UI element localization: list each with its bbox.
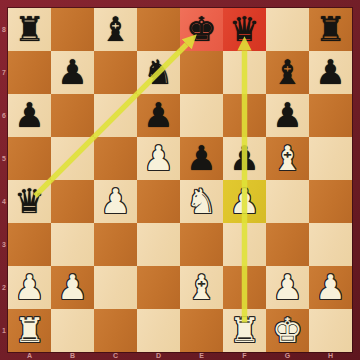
piece-black-pawn[interactable]: ♟ [266, 94, 309, 137]
square-d7[interactable]: ♞ [137, 51, 180, 94]
rank-label-8: 8 [1, 26, 7, 33]
square-a8[interactable]: ♜ [8, 8, 51, 51]
square-b8[interactable] [51, 8, 94, 51]
square-d8[interactable] [137, 8, 180, 51]
rank-label-6: 6 [1, 112, 7, 119]
square-b7[interactable]: ♟ [51, 51, 94, 94]
square-c8[interactable]: ♝ [94, 8, 137, 51]
piece-white-bishop[interactable]: ♝ [180, 266, 223, 309]
piece-white-pawn[interactable]: ♟ [266, 266, 309, 309]
square-g7[interactable]: ♝ [266, 51, 309, 94]
square-f7[interactable] [223, 51, 266, 94]
square-b3[interactable] [51, 223, 94, 266]
square-e7[interactable] [180, 51, 223, 94]
piece-white-pawn[interactable]: ♟ [137, 137, 180, 180]
piece-black-pawn[interactable]: ♟ [8, 94, 51, 137]
piece-white-rook[interactable]: ♜ [223, 309, 266, 352]
piece-white-pawn[interactable]: ♟ [223, 180, 266, 223]
square-g1[interactable]: ♚ [266, 309, 309, 352]
rank-label-4: 4 [1, 198, 7, 205]
square-f8[interactable]: ♛ [223, 8, 266, 51]
piece-black-queen[interactable]: ♛ [223, 8, 266, 51]
rank-label-7: 7 [1, 69, 7, 76]
piece-black-knight[interactable]: ♞ [137, 51, 180, 94]
rank-label-5: 5 [1, 155, 7, 162]
square-b1[interactable] [51, 309, 94, 352]
rank-label-1: 1 [1, 327, 7, 334]
piece-black-rook[interactable]: ♜ [8, 8, 51, 51]
piece-black-queen[interactable]: ♛ [8, 180, 51, 223]
square-d5[interactable]: ♟ [137, 137, 180, 180]
square-f1[interactable]: ♜ [223, 309, 266, 352]
piece-white-bishop[interactable]: ♝ [266, 137, 309, 180]
file-label-h: H [309, 352, 352, 360]
piece-black-pawn[interactable]: ♟ [137, 94, 180, 137]
rank-label-2: 2 [1, 284, 7, 291]
piece-black-pawn[interactable]: ♟ [223, 137, 266, 180]
square-e1[interactable] [180, 309, 223, 352]
square-c7[interactable] [94, 51, 137, 94]
square-e4[interactable]: ♞ [180, 180, 223, 223]
square-b2[interactable]: ♟ [51, 266, 94, 309]
square-b6[interactable] [51, 94, 94, 137]
piece-black-bishop[interactable]: ♝ [94, 8, 137, 51]
file-label-e: E [180, 352, 223, 360]
square-a7[interactable] [8, 51, 51, 94]
square-a2[interactable]: ♟ [8, 266, 51, 309]
square-d1[interactable] [137, 309, 180, 352]
piece-black-pawn[interactable]: ♟ [180, 137, 223, 180]
piece-white-pawn[interactable]: ♟ [51, 266, 94, 309]
piece-white-pawn[interactable]: ♟ [94, 180, 137, 223]
square-c6[interactable] [94, 94, 137, 137]
square-e3[interactable] [180, 223, 223, 266]
square-a4[interactable]: ♛ [8, 180, 51, 223]
square-b4[interactable] [51, 180, 94, 223]
square-c2[interactable] [94, 266, 137, 309]
chess-board: ♜♝♚♛♜♟♞♝♟♟♟♟♟♟♟♝♛♟♞♟♟♟♝♟♟♜♜♚ [8, 8, 352, 352]
square-c3[interactable] [94, 223, 137, 266]
square-d2[interactable] [137, 266, 180, 309]
square-g2[interactable]: ♟ [266, 266, 309, 309]
square-h8[interactable]: ♜ [309, 8, 352, 51]
square-h7[interactable]: ♟ [309, 51, 352, 94]
piece-white-knight[interactable]: ♞ [180, 180, 223, 223]
square-a5[interactable] [8, 137, 51, 180]
piece-white-pawn[interactable]: ♟ [8, 266, 51, 309]
square-d6[interactable]: ♟ [137, 94, 180, 137]
square-h3[interactable] [309, 223, 352, 266]
piece-black-pawn[interactable]: ♟ [51, 51, 94, 94]
piece-white-king[interactable]: ♚ [266, 309, 309, 352]
square-f5[interactable]: ♟ [223, 137, 266, 180]
square-e8[interactable]: ♚ [180, 8, 223, 51]
square-g5[interactable]: ♝ [266, 137, 309, 180]
square-f4[interactable]: ♟ [223, 180, 266, 223]
piece-black-king[interactable]: ♚ [180, 8, 223, 51]
file-label-b: B [51, 352, 94, 360]
piece-black-rook[interactable]: ♜ [309, 8, 352, 51]
square-g6[interactable]: ♟ [266, 94, 309, 137]
piece-black-bishop[interactable]: ♝ [266, 51, 309, 94]
square-a6[interactable]: ♟ [8, 94, 51, 137]
square-d3[interactable] [137, 223, 180, 266]
square-b5[interactable] [51, 137, 94, 180]
square-c5[interactable] [94, 137, 137, 180]
file-label-f: F [223, 352, 266, 360]
square-g8[interactable] [266, 8, 309, 51]
square-c4[interactable]: ♟ [94, 180, 137, 223]
square-g3[interactable] [266, 223, 309, 266]
chess-board-frame: ♜♝♚♛♜♟♞♝♟♟♟♟♟♟♟♝♛♟♞♟♟♟♝♟♟♜♜♚ 87654321ABC… [0, 0, 360, 360]
file-label-a: A [8, 352, 51, 360]
square-e6[interactable] [180, 94, 223, 137]
square-e5[interactable]: ♟ [180, 137, 223, 180]
square-h5[interactable] [309, 137, 352, 180]
square-d4[interactable] [137, 180, 180, 223]
file-label-g: G [266, 352, 309, 360]
square-c1[interactable] [94, 309, 137, 352]
piece-white-rook[interactable]: ♜ [8, 309, 51, 352]
rank-label-3: 3 [1, 241, 7, 248]
piece-black-pawn[interactable]: ♟ [309, 51, 352, 94]
square-g4[interactable] [266, 180, 309, 223]
square-f3[interactable] [223, 223, 266, 266]
file-label-d: D [137, 352, 180, 360]
square-h1[interactable] [309, 309, 352, 352]
square-h4[interactable] [309, 180, 352, 223]
square-a1[interactable]: ♜ [8, 309, 51, 352]
square-a3[interactable] [8, 223, 51, 266]
square-e2[interactable]: ♝ [180, 266, 223, 309]
file-label-c: C [94, 352, 137, 360]
square-f2[interactable] [223, 266, 266, 309]
square-f6[interactable] [223, 94, 266, 137]
square-h6[interactable] [309, 94, 352, 137]
piece-white-pawn[interactable]: ♟ [309, 266, 352, 309]
square-h2[interactable]: ♟ [309, 266, 352, 309]
